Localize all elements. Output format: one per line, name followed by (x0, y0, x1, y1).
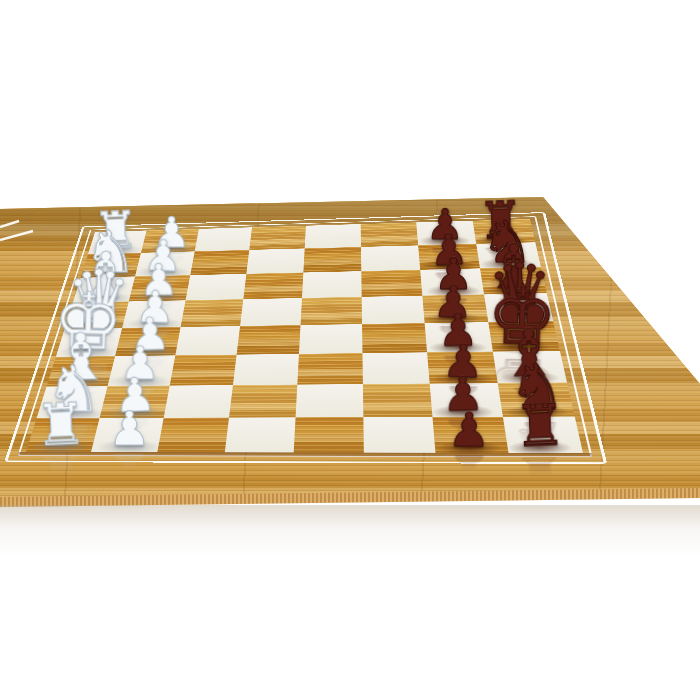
piece-black-pawn[interactable]: ♟ (447, 406, 490, 454)
board-photo-stage: ♜♜♟♟♟♟♜♜♞♞♟♟♟♟♞♞♝♝♟♟♟♟♝♝♛♛♟♟♟♟♛♛♚♚♟♟♟♟♚♚… (0, 0, 700, 700)
piece-white-rook[interactable]: ♜ (34, 395, 88, 455)
pieces-layer: ♜♜♟♟♟♟♜♜♞♞♟♟♟♟♞♞♝♝♟♟♟♟♝♝♛♛♟♟♟♟♛♛♚♚♟♟♟♟♚♚… (0, 0, 700, 700)
piece-black-rook[interactable]: ♜ (513, 396, 567, 456)
piece-white-pawn[interactable]: ♟ (108, 406, 150, 453)
